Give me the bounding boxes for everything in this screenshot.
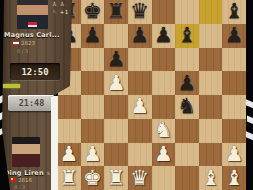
avatar xyxy=(17,0,48,29)
material-advantage-badge: ♘ +1 xyxy=(52,9,69,15)
player-name-top: Magnus Carl... xyxy=(4,31,60,39)
square-h7[interactable]: ♟ xyxy=(222,24,246,48)
black-queen: ♛ xyxy=(128,0,152,24)
white-pawn: ♟ xyxy=(57,143,81,167)
white-rook: ♜ xyxy=(104,166,128,190)
square-f8[interactable] xyxy=(175,0,199,24)
square-e2[interactable]: ♟ xyxy=(152,143,176,167)
black-bishop: ♝ xyxy=(222,0,246,24)
square-b5[interactable] xyxy=(81,71,105,95)
background-stripe xyxy=(246,131,253,141)
clock-bottom: 21:48 xyxy=(8,95,55,111)
square-c5[interactable]: ♟ xyxy=(104,71,128,95)
white-pawn: ♟ xyxy=(222,143,246,167)
square-g3[interactable] xyxy=(199,119,223,143)
shirt-logo xyxy=(28,22,37,27)
square-f3[interactable] xyxy=(175,119,199,143)
square-b8[interactable]: ♚ xyxy=(81,0,105,24)
white-knight: ♞ xyxy=(152,119,176,143)
square-g5[interactable] xyxy=(199,71,223,95)
square-b1[interactable]: ♚ xyxy=(81,166,105,190)
square-c1[interactable]: ♜ xyxy=(104,166,128,190)
square-d5[interactable] xyxy=(128,71,152,95)
square-e8[interactable] xyxy=(152,0,176,24)
square-a4[interactable] xyxy=(57,95,81,119)
square-b2[interactable]: ♟ xyxy=(81,143,105,167)
black-pawn: ♟ xyxy=(81,24,105,48)
square-e5[interactable] xyxy=(152,71,176,95)
square-d3[interactable] xyxy=(128,119,152,143)
square-e7[interactable]: ♟ xyxy=(152,24,176,48)
black-pawn: ♟ xyxy=(128,24,152,48)
square-b3[interactable] xyxy=(81,119,105,143)
square-d6[interactable] xyxy=(128,48,152,72)
background-stripe xyxy=(247,115,253,124)
square-a1[interactable]: ♜ xyxy=(57,166,81,190)
avatar xyxy=(12,137,40,167)
white-king: ♚ xyxy=(81,166,105,190)
square-f2[interactable] xyxy=(175,143,199,167)
white-rook: ♜ xyxy=(57,166,81,190)
square-c2[interactable] xyxy=(104,143,128,167)
square-h5[interactable] xyxy=(222,71,246,95)
white-queen: ♛ xyxy=(128,166,152,190)
white-bishop: ♝ xyxy=(222,166,246,190)
black-bishop: ♝ xyxy=(175,24,199,48)
square-h1[interactable]: ♝ xyxy=(222,166,246,190)
white-pawn: ♟ xyxy=(152,143,176,167)
square-d7[interactable]: ♟ xyxy=(128,24,152,48)
square-g2[interactable] xyxy=(199,143,223,167)
square-d1[interactable]: ♛ xyxy=(128,166,152,190)
square-g6[interactable] xyxy=(199,48,223,72)
square-e3[interactable]: ♞ xyxy=(152,119,176,143)
black-pawn: ♟ xyxy=(222,24,246,48)
square-h8[interactable]: ♝ xyxy=(222,0,246,24)
square-h4[interactable] xyxy=(222,95,246,119)
square-a3[interactable] xyxy=(57,119,81,143)
square-h2[interactable]: ♟ xyxy=(222,143,246,167)
black-knight: ♞ xyxy=(175,95,199,119)
square-f5[interactable]: ♟ xyxy=(175,71,199,95)
square-d8[interactable]: ♛ xyxy=(128,0,152,24)
player-score-bottom: 0 / 3 xyxy=(14,184,25,190)
square-c8[interactable]: ♜ xyxy=(104,0,128,24)
square-c4[interactable] xyxy=(104,95,128,119)
square-e4[interactable] xyxy=(152,95,176,119)
square-c6[interactable]: ♟ xyxy=(104,48,128,72)
square-a2[interactable]: ♟ xyxy=(57,143,81,167)
square-f6[interactable] xyxy=(175,48,199,72)
square-b7[interactable]: ♟ xyxy=(81,24,105,48)
black-pawn: ♟ xyxy=(152,24,176,48)
captured-pieces-icons: ♙ ♙ xyxy=(52,1,65,7)
china-flag-icon xyxy=(10,178,16,182)
square-b4[interactable] xyxy=(81,95,105,119)
square-b6[interactable] xyxy=(81,48,105,72)
chess-app-window: ♜♚♜♛♝♟♟♟♟♝♟♟♟♟♟♞♞♟♟♟♟♜♚♜♛♝♝ ♙ ♙ ♘ +1 Mag… xyxy=(0,0,253,190)
square-g1[interactable]: ♝ xyxy=(199,166,223,190)
chess-board[interactable]: ♜♚♜♛♝♟♟♟♟♝♟♟♟♟♟♞♞♟♟♟♟♜♚♜♛♝♝ xyxy=(57,0,246,190)
square-g8[interactable] xyxy=(199,0,223,24)
black-pawn: ♟ xyxy=(175,71,199,95)
white-bishop: ♝ xyxy=(199,166,223,190)
white-pawn: ♟ xyxy=(128,95,152,119)
black-king: ♚ xyxy=(81,0,105,24)
player-name-bottom: Ding Liren xyxy=(4,169,44,177)
square-f1[interactable] xyxy=(175,166,199,190)
square-g4[interactable] xyxy=(199,95,223,119)
square-d4[interactable]: ♟ xyxy=(128,95,152,119)
square-g7[interactable] xyxy=(199,24,223,48)
player-rating-top: 2823 xyxy=(21,40,35,46)
square-f7[interactable]: ♝ xyxy=(175,24,199,48)
white-pawn: ♟ xyxy=(104,71,128,95)
active-turn-indicator xyxy=(3,84,20,88)
square-c7[interactable] xyxy=(104,24,128,48)
black-rook: ♜ xyxy=(104,0,128,24)
square-e6[interactable] xyxy=(152,48,176,72)
square-h6[interactable] xyxy=(222,48,246,72)
player-rating-bottom: 2816 xyxy=(18,177,32,183)
square-e1[interactable] xyxy=(152,166,176,190)
clock-top: 12:50 xyxy=(10,63,60,80)
square-f4[interactable]: ♞ xyxy=(175,95,199,119)
player-score-top: 0 / 3 xyxy=(17,48,28,54)
background-stripe xyxy=(246,99,253,109)
norway-flag-icon xyxy=(13,41,19,45)
square-c3[interactable] xyxy=(104,119,128,143)
square-h3[interactable] xyxy=(222,119,246,143)
square-d2[interactable] xyxy=(128,143,152,167)
black-pawn: ♟ xyxy=(104,48,128,72)
white-pawn: ♟ xyxy=(81,143,105,167)
